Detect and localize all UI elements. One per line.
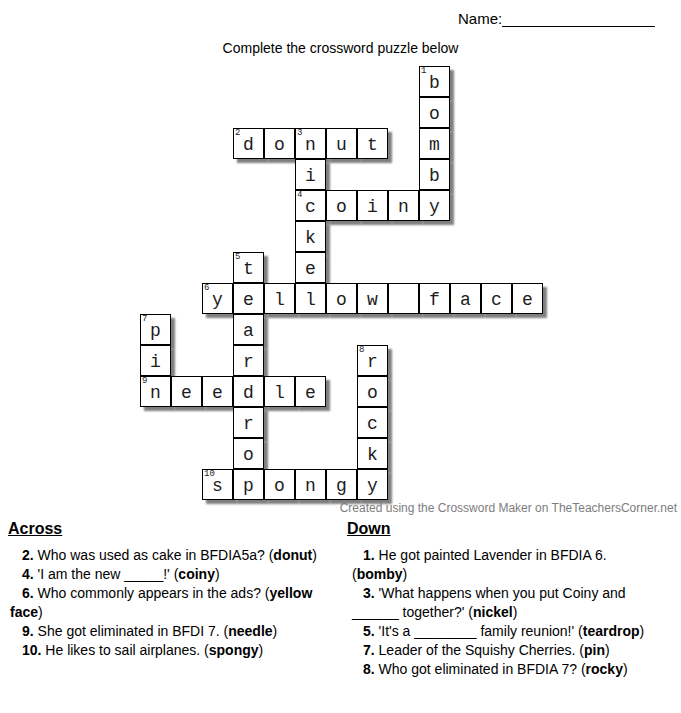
grid-cell[interactable]: l — [264, 283, 295, 314]
clue-answer: needle — [228, 623, 272, 639]
name-blank-line — [502, 9, 655, 27]
cell-letter: r — [243, 415, 254, 433]
cell-letter: c — [367, 415, 378, 433]
grid-cell[interactable]: o — [326, 190, 357, 221]
cell-letter: b — [429, 167, 440, 185]
clue-number: 2. — [22, 547, 34, 563]
cell-letter: a — [243, 322, 254, 340]
paren: ) — [312, 547, 317, 563]
clue-text: Leader of the Squishy Cherries. — [375, 642, 580, 658]
clue-across-10: 10. He likes to sail airplanes. (spongy) — [10, 641, 322, 660]
clue-answer: teardrop — [583, 623, 640, 639]
cell-letter: m — [429, 136, 440, 154]
grid-cell[interactable]: l — [264, 376, 295, 407]
grid-cell[interactable]: o — [264, 128, 295, 159]
cell-letter: y — [367, 477, 378, 495]
cell-letter: e — [522, 291, 533, 309]
cell-letter: l — [274, 291, 285, 309]
cell-letter: o — [243, 446, 254, 464]
cell-letter: s — [212, 477, 223, 495]
cell-letter: g — [336, 477, 347, 495]
paren: ) — [259, 642, 264, 658]
cell-letter: b — [429, 74, 440, 92]
cell-clue-number: 10 — [204, 470, 215, 479]
grid-cell[interactable]: 5t — [233, 252, 264, 283]
paren: ) — [38, 604, 43, 620]
grid-cell[interactable]: o — [326, 283, 357, 314]
cell-clue-number: 5 — [235, 253, 240, 262]
clue-text: 'I am the new _____!' — [34, 566, 174, 582]
cell-letter: a — [460, 291, 471, 309]
cell-letter: i — [305, 167, 316, 185]
clue-number: 4. — [22, 566, 34, 582]
cell-letter: o — [336, 198, 347, 216]
cell-letter: n — [305, 477, 316, 495]
down-clues-section: Down 1. He got painted Lavender in BFDIA… — [347, 519, 661, 679]
grid-cell[interactable]: 9n — [140, 376, 171, 407]
cell-letter: d — [243, 136, 254, 154]
across-heading: Across — [8, 519, 322, 539]
grid-cell[interactable]: e — [202, 376, 233, 407]
clue-text: She got eliminated in BFDI 7. — [34, 623, 224, 639]
grid-cell[interactable]: y — [357, 469, 388, 500]
grid-cell[interactable]: b — [419, 159, 450, 190]
clue-text: Who was used as cake in BFDIA5a? — [34, 547, 269, 563]
grid-cell[interactable]: n — [388, 190, 419, 221]
paren: ) — [215, 566, 220, 582]
grid-cell[interactable]: u — [326, 128, 357, 159]
cell-letter: o — [274, 477, 285, 495]
cell-clue-number: 8 — [359, 346, 364, 355]
clue-down-5: 5. 'It's a ________ family reunion!' (te… — [352, 622, 661, 641]
grid-cell[interactable]: p — [233, 469, 264, 500]
grid-cell[interactable]: 8r — [357, 345, 388, 376]
grid-cell[interactable]: i — [357, 190, 388, 221]
grid-cell[interactable]: n — [295, 469, 326, 500]
cell-clue-number: 9 — [142, 377, 147, 386]
clue-text: He likes to sail airplanes. — [41, 642, 204, 658]
cell-letter: e — [305, 384, 316, 402]
clue-answer: pin — [584, 642, 605, 658]
cell-letter: t — [243, 260, 254, 278]
grid-cell[interactable]: i — [140, 345, 171, 376]
cell-letter: w — [367, 291, 378, 309]
clue-number: 10. — [22, 642, 41, 658]
paren: ) — [623, 661, 628, 677]
down-clue-list: 1. He got painted Lavender in BFDIA 6. (… — [347, 546, 661, 679]
grid-cell[interactable]: d — [233, 376, 264, 407]
cell-letter: e — [212, 384, 223, 402]
grid-cell[interactable]: t — [357, 128, 388, 159]
paren: ) — [640, 623, 645, 639]
crossword-grid: 1bo2do3nutmib4coinyk5te6yellowface7pair8… — [140, 66, 543, 500]
clue-across-4: 4. 'I am the new _____!' (coiny) — [10, 565, 322, 584]
across-clue-list: 2. Who was used as cake in BFDIA5a? (don… — [8, 546, 322, 660]
paren: ) — [403, 566, 408, 582]
grid-cell[interactable]: i — [295, 159, 326, 190]
clue-number: 1. — [363, 547, 375, 563]
clue-down-3: 3. 'What happens when you put Coiny and … — [352, 584, 661, 622]
clue-number: 3. — [363, 585, 375, 601]
cell-letter: n — [305, 136, 316, 154]
cell-letter: i — [367, 198, 378, 216]
clue-number: 5. — [363, 623, 375, 639]
paren: ) — [605, 642, 610, 658]
cell-letter: e — [243, 291, 254, 309]
cell-clue-number: 4 — [297, 191, 302, 200]
cell-letter: y — [429, 198, 440, 216]
clue-text: Who got eliminated in BFDIA 7? — [375, 661, 581, 677]
grid-cell[interactable]: 4c — [295, 190, 326, 221]
grid-cell[interactable]: k — [295, 221, 326, 252]
cell-letter: y — [212, 291, 223, 309]
grid-cell[interactable]: c — [357, 407, 388, 438]
cell-clue-number: 3 — [297, 129, 302, 138]
grid-cell[interactable]: e — [295, 252, 326, 283]
grid-cell[interactable]: w — [357, 283, 388, 314]
name-label: Name: — [458, 10, 502, 28]
grid-cell[interactable]: 2d — [233, 128, 264, 159]
grid-cell[interactable]: o — [233, 438, 264, 469]
cell-clue-number: 1 — [421, 67, 426, 76]
clue-number: 9. — [22, 623, 34, 639]
grid-cell[interactable]: y — [419, 190, 450, 221]
cell-letter: o — [367, 384, 378, 402]
cell-letter: o — [274, 136, 285, 154]
cell-letter: r — [367, 353, 378, 371]
cell-letter: c — [305, 198, 316, 216]
clue-text: He got painted Lavender in BFDIA 6. — [375, 547, 607, 563]
cell-letter: e — [181, 384, 192, 402]
down-heading: Down — [347, 519, 661, 539]
cell-letter: n — [150, 384, 161, 402]
clue-answer: bomby — [357, 566, 403, 582]
clue-answer: spongy — [209, 642, 259, 658]
grid-cell[interactable]: m — [419, 128, 450, 159]
clue-answer: rocky — [586, 661, 623, 677]
grid-cell[interactable]: e — [295, 376, 326, 407]
grid-cell[interactable]: a — [233, 314, 264, 345]
grid-cell[interactable]: o — [264, 469, 295, 500]
grid-cell[interactable]: c — [481, 283, 512, 314]
clue-down-7: 7. Leader of the Squishy Cherries. (pin) — [352, 641, 661, 660]
grid-cell[interactable]: f — [419, 283, 450, 314]
grid-cell[interactable]: a — [450, 283, 481, 314]
cell-letter: p — [150, 322, 161, 340]
grid-cell[interactable]: 1b — [419, 66, 450, 97]
cell-letter: t — [367, 136, 378, 154]
cell-clue-number: 7 — [142, 315, 147, 324]
clue-text: 'It's a ________ family reunion!' — [375, 623, 578, 639]
grid-cell[interactable]: o — [357, 376, 388, 407]
grid-cell[interactable]: g — [326, 469, 357, 500]
grid-cell[interactable]: e — [512, 283, 543, 314]
cell-letter: n — [398, 198, 409, 216]
cell-letter: k — [367, 446, 378, 464]
cell-letter: r — [243, 353, 254, 371]
page-title: Complete the crossword puzzle below — [0, 40, 681, 57]
cell-letter: e — [305, 260, 316, 278]
cell-letter: l — [305, 291, 316, 309]
cell-letter: l — [274, 384, 285, 402]
grid-cell[interactable]: 6y — [202, 283, 233, 314]
grid-cell[interactable]: 10s — [202, 469, 233, 500]
paren: ) — [513, 604, 518, 620]
worksheet-page: { "game": "crossword", "header": { "name… — [0, 0, 681, 713]
clue-across-9: 9. She got eliminated in BFDI 7. (needle… — [10, 622, 322, 641]
grid-cell[interactable]: e — [233, 283, 264, 314]
clue-down-1: 1. He got painted Lavender in BFDIA 6. (… — [352, 546, 661, 584]
clue-number: 6. — [22, 585, 34, 601]
clue-answer: coiny — [178, 566, 215, 582]
cell-clue-number: 2 — [235, 129, 240, 138]
cell-letter: o — [429, 105, 440, 123]
cell-letter: k — [305, 229, 316, 247]
grid-cell[interactable] — [388, 283, 419, 314]
clue-across-6: 6. Who commonly appears in the ads? (yel… — [10, 584, 322, 622]
clue-answer: donut — [273, 547, 312, 563]
grid-cell[interactable]: 3n — [295, 128, 326, 159]
clue-answer: nickel — [473, 604, 513, 620]
clue-down-8: 8. Who got eliminated in BFDIA 7? (rocky… — [352, 660, 661, 679]
cell-letter: i — [150, 353, 161, 371]
across-clues-section: Across 2. Who was used as cake in BFDIA5… — [8, 519, 322, 660]
cell-letter: u — [336, 136, 347, 154]
clue-number: 7. — [363, 642, 375, 658]
clue-text: Who commonly appears in the ads? — [34, 585, 265, 601]
grid-cell[interactable]: k — [357, 438, 388, 469]
grid-cell[interactable]: e — [171, 376, 202, 407]
cell-letter: p — [243, 477, 254, 495]
grid-cell[interactable]: l — [295, 283, 326, 314]
grid-cell[interactable]: 7p — [140, 314, 171, 345]
cell-letter: f — [429, 291, 440, 309]
cell-letter: d — [243, 384, 254, 402]
grid-cell[interactable]: r — [233, 407, 264, 438]
attribution: Created using the Crossword Maker on The… — [340, 502, 677, 515]
paren: ) — [273, 623, 278, 639]
clue-number: 8. — [363, 661, 375, 677]
clue-across-2: 2. Who was used as cake in BFDIA5a? (don… — [10, 546, 322, 565]
cell-letter: o — [336, 291, 347, 309]
cell-letter: c — [491, 291, 502, 309]
cell-clue-number: 6 — [204, 284, 209, 293]
grid-cell[interactable]: r — [233, 345, 264, 376]
grid-cell[interactable]: o — [419, 97, 450, 128]
